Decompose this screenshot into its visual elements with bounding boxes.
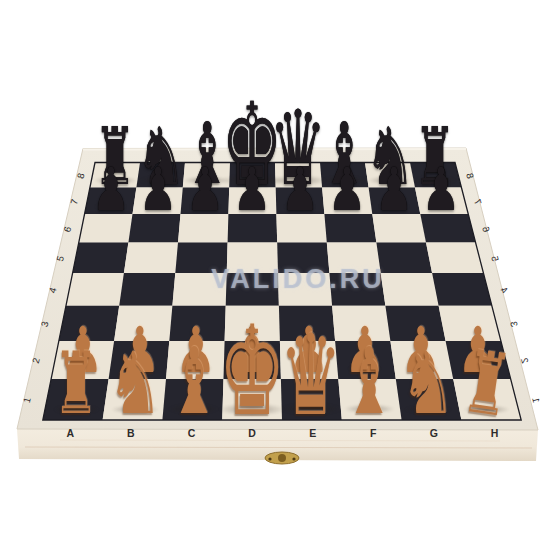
piece-white-king-d1: ♚	[219, 310, 286, 434]
pieces-layer: ♜♞♝♚♛♝♞♜♟♟♟♟♟♟♟♟♟♟♟♟♟♟♟♟♜♞♝♚♛♝♞♜	[0, 0, 560, 560]
piece-black-pawn-f7: ♟	[328, 160, 367, 220]
piece-white-knight-g1: ♞	[400, 341, 456, 427]
piece-white-queen-e1: ♛	[280, 319, 342, 431]
piece-black-pawn-b7: ♟	[139, 160, 178, 220]
piece-white-knight-b1: ♞	[107, 341, 163, 427]
chess-set-product-photo: ABCDEFGHABCDEFGH1234567812345678 VALIDO.…	[0, 0, 560, 560]
piece-white-bishop-c1: ♝	[168, 336, 219, 428]
piece-black-pawn-h7: ♟	[422, 160, 461, 220]
piece-black-pawn-a7: ♟	[92, 160, 131, 220]
piece-white-rook-a1: ♜	[54, 341, 99, 427]
piece-black-pawn-e7: ♟	[280, 160, 319, 220]
piece-black-pawn-c7: ♟	[186, 160, 225, 220]
piece-black-pawn-g7: ♟	[375, 160, 414, 220]
piece-white-bishop-f1: ♝	[344, 336, 395, 428]
piece-black-pawn-d7: ♟	[233, 160, 272, 220]
